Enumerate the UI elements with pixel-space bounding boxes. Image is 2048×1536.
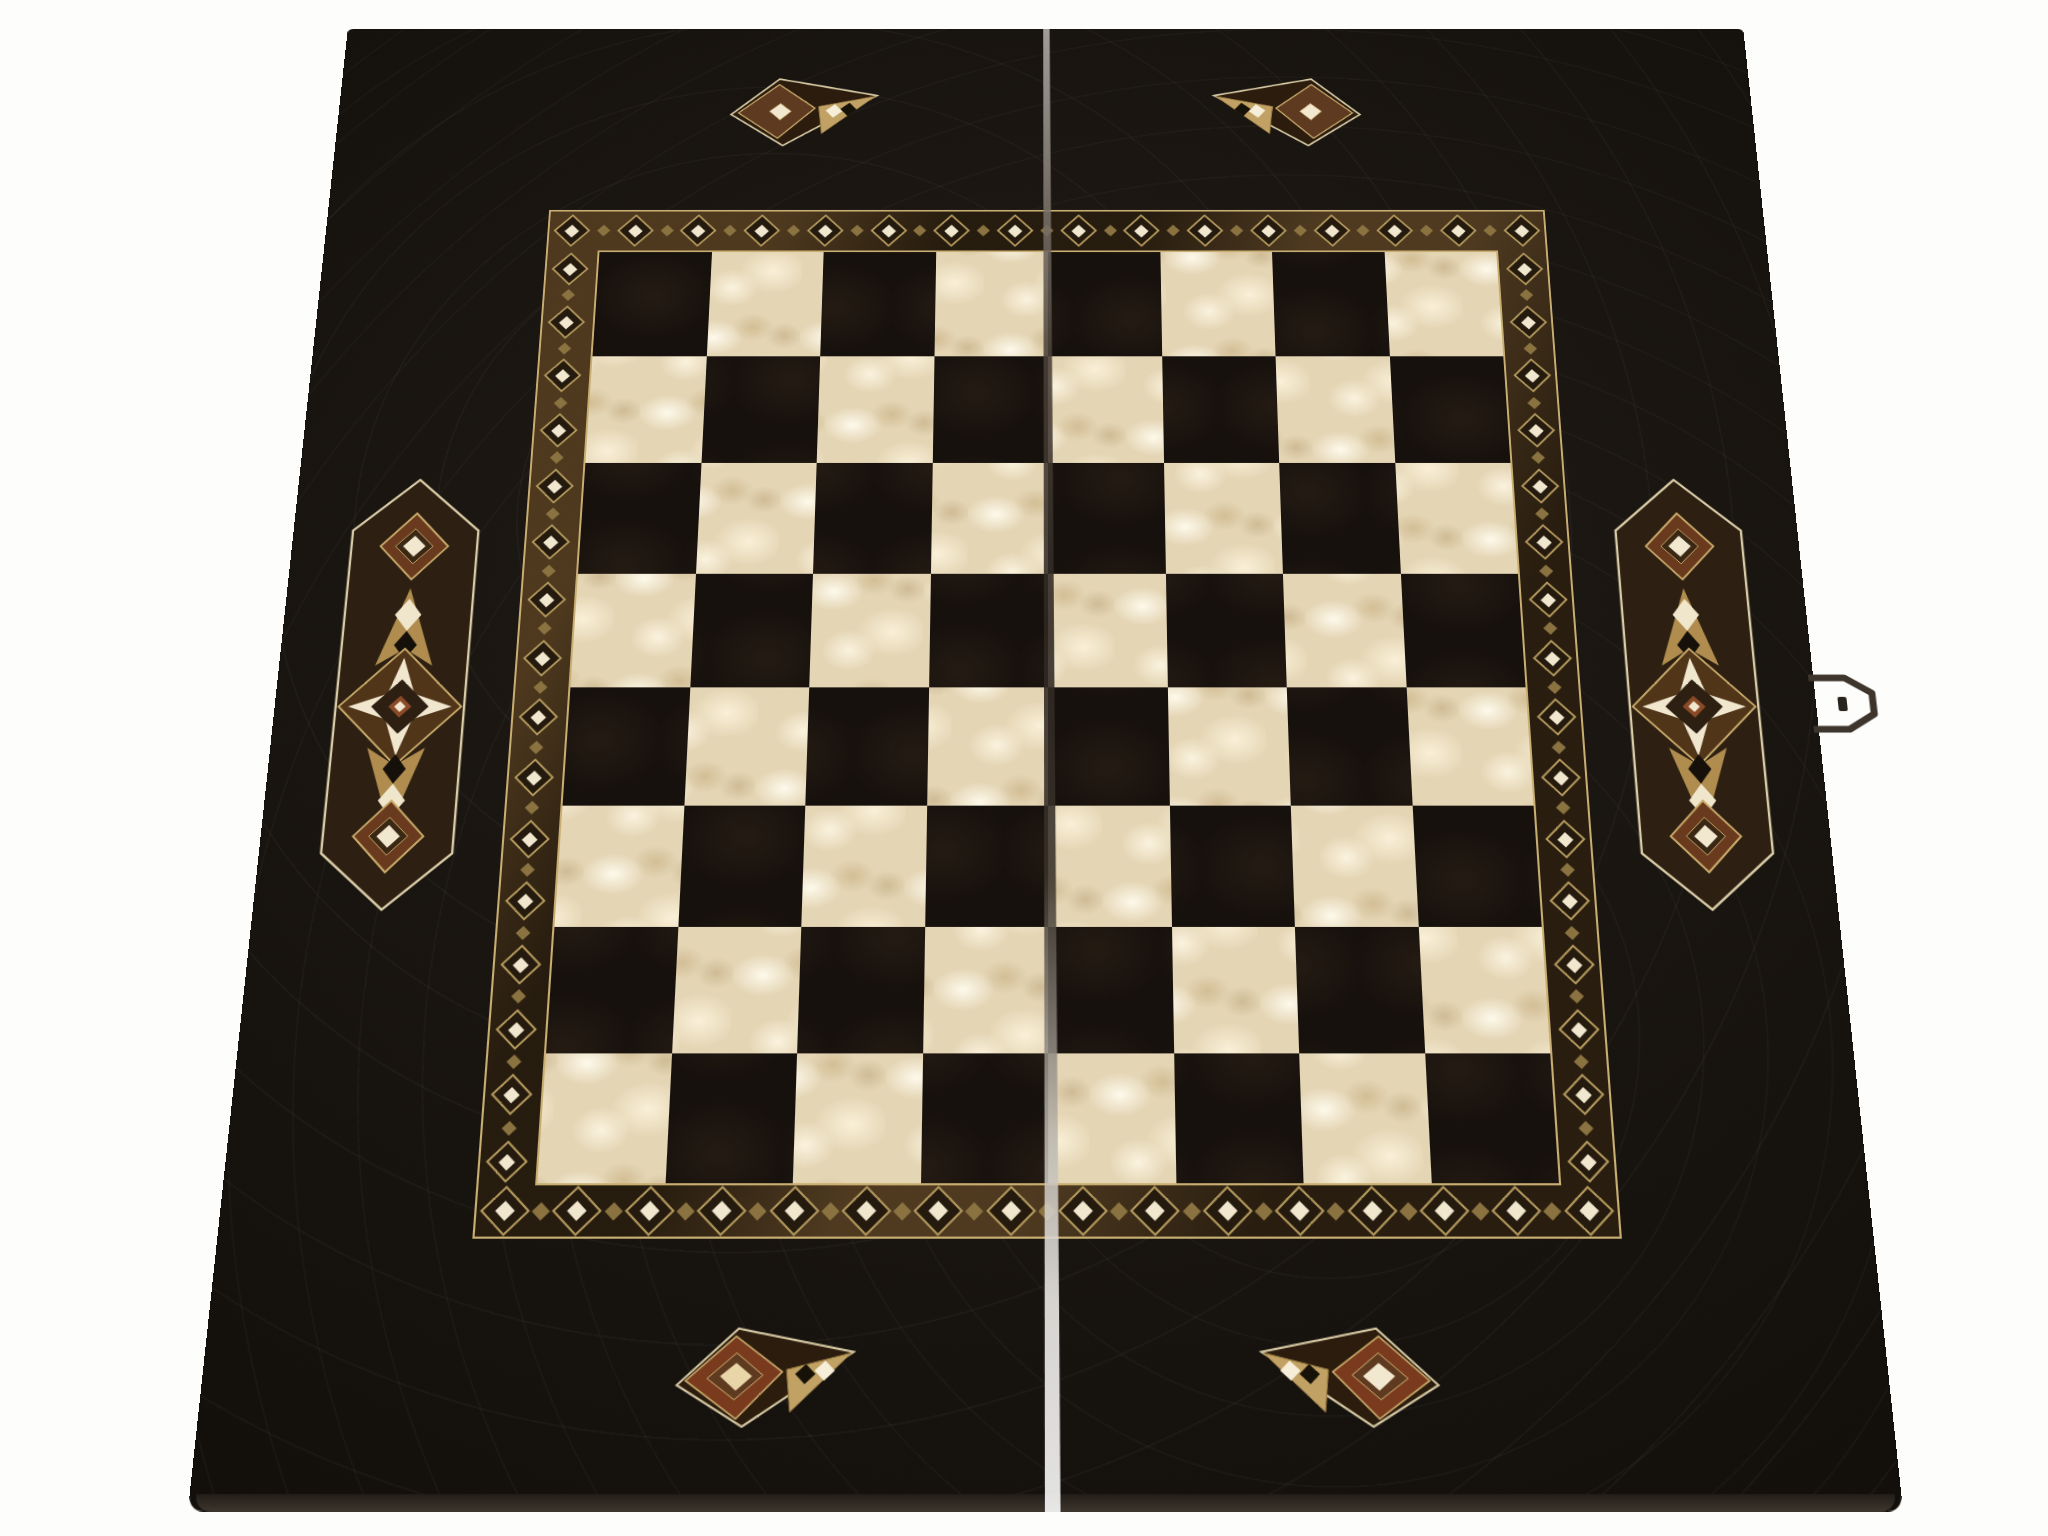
square-d6[interactable] (930, 463, 1047, 573)
chain-dot (1357, 224, 1370, 236)
inlay-kite-top-left (725, 75, 881, 149)
chain-diamond (1567, 1140, 1609, 1183)
square-f2[interactable] (1171, 927, 1299, 1053)
square-d3[interactable] (925, 805, 1048, 927)
chain-dot (553, 397, 567, 409)
square-b4[interactable] (684, 687, 809, 805)
square-a3[interactable] (554, 805, 683, 927)
chain-dot (1573, 1054, 1588, 1069)
chain-diamond (1419, 1186, 1469, 1237)
chain-dot (1167, 224, 1180, 236)
chain-diamond (495, 1008, 536, 1049)
chain-diamond (1377, 214, 1414, 247)
chain-diamond (490, 1074, 532, 1116)
chain-diamond (1549, 881, 1590, 921)
chain-diamond (1130, 1186, 1180, 1237)
chain-diamond (1123, 214, 1160, 247)
square-e5[interactable] (1048, 573, 1167, 687)
square-a6[interactable] (578, 463, 701, 573)
chain-dot (1539, 564, 1553, 577)
square-b2[interactable] (672, 927, 802, 1053)
chain-diamond (1203, 1186, 1253, 1237)
square-g3[interactable] (1291, 805, 1419, 927)
chain-dot (545, 507, 559, 520)
square-h8[interactable] (1384, 252, 1503, 356)
square-e7[interactable] (1048, 356, 1164, 463)
chain-dot (1531, 452, 1545, 465)
chain-diamond (913, 1186, 963, 1237)
chain-dot (749, 1202, 767, 1221)
chain-diamond (514, 758, 554, 796)
chain-dot (1327, 1202, 1345, 1221)
chain-dot (604, 1202, 622, 1221)
square-f6[interactable] (1164, 463, 1283, 573)
chain-diamond (522, 639, 561, 676)
chain-dot (549, 452, 563, 465)
chain-dot (1230, 224, 1243, 236)
chain-diamond (986, 1186, 1036, 1237)
square-g2[interactable] (1295, 927, 1425, 1053)
square-d1[interactable] (920, 1053, 1048, 1183)
chain-dot (1483, 224, 1496, 236)
chain-diamond (1509, 305, 1547, 339)
chain-diamond (1528, 581, 1567, 618)
square-d5[interactable] (929, 573, 1048, 687)
chain-diamond (518, 698, 558, 736)
chain-dot (1519, 289, 1532, 301)
chain-diamond (547, 305, 585, 339)
square-c4[interactable] (805, 687, 928, 805)
chain-diamond (1558, 1008, 1599, 1049)
square-b6[interactable] (696, 463, 817, 573)
square-h3[interactable] (1412, 805, 1542, 927)
square-b8[interactable] (706, 252, 823, 356)
square-g5[interactable] (1283, 573, 1406, 687)
chain-diamond (1562, 1074, 1604, 1116)
chain-dot (1551, 740, 1565, 754)
inlay-kite-bottom-right (1256, 1323, 1445, 1432)
chain-dot (533, 681, 547, 694)
square-a4[interactable] (563, 687, 690, 805)
square-f8[interactable] (1160, 252, 1276, 356)
chain-dot (1182, 1202, 1200, 1221)
chain-dot (850, 224, 863, 236)
square-e6[interactable] (1048, 463, 1166, 573)
chain-diamond (1553, 944, 1594, 984)
chain-dot (1564, 925, 1579, 939)
square-e4[interactable] (1048, 687, 1169, 805)
chain-dot (1547, 681, 1561, 694)
chain-diamond (552, 1186, 602, 1237)
square-e8[interactable] (1048, 252, 1162, 356)
chain-diamond (743, 214, 780, 247)
chain-diamond (527, 581, 566, 618)
chain-dot (787, 224, 800, 236)
chain-dot (537, 622, 551, 635)
chain-diamond (531, 524, 570, 560)
square-d7[interactable] (932, 356, 1048, 463)
chain-diamond (1564, 1186, 1614, 1237)
chain-dot (557, 343, 570, 355)
chain-diamond (1187, 214, 1224, 247)
square-c5[interactable] (809, 573, 930, 687)
square-b5[interactable] (690, 573, 813, 687)
chain-diamond (1060, 214, 1097, 247)
clasp-latch (1807, 668, 1889, 740)
square-g8[interactable] (1272, 252, 1389, 356)
square-a5[interactable] (570, 573, 695, 687)
chain-dot (529, 740, 543, 754)
square-h7[interactable] (1389, 356, 1510, 463)
chain-dot (541, 564, 555, 577)
chain-diamond (1492, 1186, 1542, 1237)
chain-dot (1544, 1202, 1562, 1221)
chain-diamond (841, 1186, 891, 1237)
chain-dot (1471, 1202, 1489, 1221)
chain-diamond (1520, 468, 1558, 503)
chain-diamond (807, 214, 844, 247)
chain-diamond (509, 819, 549, 858)
chain-dot (893, 1202, 911, 1221)
square-h5[interactable] (1400, 573, 1525, 687)
chain-diamond (1540, 758, 1580, 796)
square-c7[interactable] (817, 356, 934, 463)
chain-dot (520, 863, 534, 877)
square-g6[interactable] (1279, 463, 1400, 573)
square-g4[interactable] (1287, 687, 1412, 805)
chain-diamond (1524, 524, 1563, 560)
chain-dot (977, 224, 990, 236)
square-c8[interactable] (820, 252, 936, 356)
square-e2[interactable] (1048, 927, 1174, 1053)
chain-dot (1110, 1202, 1128, 1221)
chain-dot (1560, 863, 1574, 877)
chain-dot (1104, 224, 1117, 236)
chain-diamond (485, 1140, 527, 1183)
chain-diamond (539, 413, 577, 448)
chain-diamond (1503, 214, 1540, 247)
chain-diamond (1517, 413, 1555, 448)
inlay-medallion-right (1608, 468, 1783, 923)
square-g1[interactable] (1299, 1053, 1431, 1183)
square-a2[interactable] (546, 927, 678, 1053)
chain-diamond (1513, 358, 1551, 392)
chain-dot (1420, 224, 1433, 236)
square-d2[interactable] (923, 927, 1049, 1053)
chain-dot (1399, 1202, 1417, 1221)
square-c3[interactable] (801, 805, 926, 927)
square-g7[interactable] (1276, 356, 1395, 463)
square-a8[interactable] (593, 252, 712, 356)
chain-dot (1569, 989, 1584, 1004)
chain-diamond (543, 358, 581, 392)
chain-diamond (1536, 698, 1576, 736)
chain-dot (1293, 224, 1306, 236)
inlay-medallion-left (311, 468, 486, 923)
square-b1[interactable] (665, 1053, 797, 1183)
chain-diamond (624, 1186, 674, 1237)
square-c6[interactable] (813, 463, 932, 573)
chain-dot (511, 989, 526, 1004)
square-b7[interactable] (701, 356, 820, 463)
square-a1[interactable] (537, 1053, 671, 1183)
chain-dot (1527, 397, 1541, 409)
chain-dot (532, 1202, 550, 1221)
chain-diamond (504, 881, 545, 921)
square-c2[interactable] (797, 927, 925, 1053)
chain-dot (1578, 1120, 1593, 1135)
chain-diamond (1313, 214, 1350, 247)
chess-board (188, 29, 1903, 1512)
chain-diamond (1275, 1186, 1325, 1237)
chain-diamond (1058, 1186, 1108, 1237)
chain-dot (677, 1202, 695, 1221)
chain-dot (597, 224, 610, 236)
chain-diamond (551, 252, 588, 285)
chain-dot (660, 224, 673, 236)
chain-dot (515, 925, 530, 939)
square-d8[interactable] (934, 252, 1048, 356)
chain-diamond (1250, 214, 1287, 247)
chain-diamond (553, 214, 590, 247)
chain-dot (501, 1120, 516, 1135)
square-f1[interactable] (1174, 1053, 1304, 1183)
square-h4[interactable] (1406, 687, 1533, 805)
square-h2[interactable] (1418, 927, 1550, 1053)
square-b3[interactable] (678, 805, 805, 927)
chain-diamond (480, 1186, 530, 1237)
chain-dot (1543, 622, 1557, 635)
inlay-kite-top-right (1209, 75, 1365, 149)
chain-dot (1523, 343, 1536, 355)
chain-diamond (500, 944, 541, 984)
square-h1[interactable] (1425, 1053, 1559, 1183)
square-d4[interactable] (927, 687, 1048, 805)
chain-diamond (1506, 252, 1543, 285)
photo-backdrop (0, 0, 2048, 1536)
chain-dot (1535, 507, 1549, 520)
square-f5[interactable] (1165, 573, 1286, 687)
square-h6[interactable] (1395, 463, 1518, 573)
square-e3[interactable] (1048, 805, 1171, 927)
chain-diamond (1347, 1186, 1397, 1237)
chain-diamond (1440, 214, 1477, 247)
chain-dot (821, 1202, 839, 1221)
square-e1[interactable] (1048, 1053, 1176, 1183)
chain-dot (966, 1202, 984, 1221)
chain-diamond (697, 1186, 747, 1237)
chain-dot (1255, 1202, 1273, 1221)
chain-diamond (1545, 819, 1585, 858)
chain-diamond (617, 214, 654, 247)
square-f7[interactable] (1162, 356, 1279, 463)
square-f3[interactable] (1169, 805, 1294, 927)
chain-diamond (997, 214, 1034, 247)
chain-diamond (680, 214, 717, 247)
chain-dot (914, 224, 927, 236)
chain-dot (524, 801, 538, 815)
square-c1[interactable] (793, 1053, 923, 1183)
chain-dot (1555, 801, 1569, 815)
chain-diamond (535, 468, 573, 503)
chain-diamond (870, 214, 907, 247)
chain-dot (561, 289, 574, 301)
chain-diamond (1532, 639, 1571, 676)
chain-diamond (769, 1186, 819, 1237)
inlay-kite-bottom-left (670, 1323, 859, 1432)
square-a7[interactable] (585, 356, 706, 463)
clasp-catch (1837, 697, 1848, 711)
square-f4[interactable] (1167, 687, 1290, 805)
chain-dot (724, 224, 737, 236)
chain-dot (506, 1054, 521, 1069)
chain-diamond (933, 214, 970, 247)
